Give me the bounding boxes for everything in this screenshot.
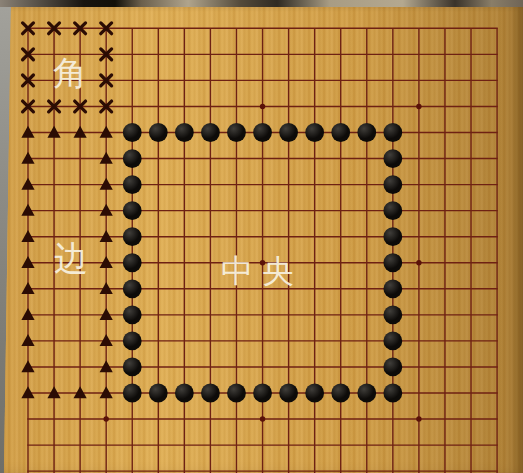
black-stone — [123, 332, 142, 351]
black-stone — [123, 253, 142, 272]
black-stone — [383, 332, 402, 351]
triangle-mark — [47, 386, 60, 398]
black-stone — [305, 384, 324, 403]
black-stone — [123, 149, 142, 168]
black-stone — [383, 227, 402, 246]
black-stone — [331, 384, 350, 403]
go-board-grid: 角边中央 — [0, 0, 523, 473]
triangle-mark — [100, 334, 113, 346]
triangle-mark — [100, 230, 113, 242]
star-point — [260, 104, 265, 109]
triangle-mark — [21, 256, 34, 268]
black-stone — [201, 123, 220, 142]
triangle-mark — [47, 126, 60, 138]
star-point — [416, 104, 421, 109]
black-stone — [383, 123, 402, 142]
star-point — [260, 416, 265, 421]
triangle-mark — [100, 282, 113, 294]
black-stone — [253, 123, 272, 142]
black-stone — [123, 279, 142, 298]
black-stone — [383, 305, 402, 324]
black-stone — [383, 201, 402, 220]
black-stone — [383, 279, 402, 298]
star-point — [103, 416, 108, 421]
triangle-mark — [74, 126, 87, 138]
black-stone — [123, 384, 142, 403]
black-stone — [383, 253, 402, 272]
triangle-mark — [21, 230, 34, 242]
triangle-mark — [100, 386, 113, 398]
black-stone — [123, 201, 142, 220]
triangle-mark — [100, 152, 113, 164]
black-stone — [149, 123, 168, 142]
triangle-mark — [21, 178, 34, 190]
black-stone — [383, 384, 402, 403]
triangle-mark — [21, 282, 34, 294]
black-stone — [305, 123, 324, 142]
black-stone — [383, 358, 402, 377]
triangle-mark — [100, 360, 113, 372]
star-point — [416, 416, 421, 421]
corner-label: 角 — [53, 55, 87, 92]
black-stone — [279, 123, 298, 142]
black-stone — [227, 123, 246, 142]
black-stone — [253, 384, 272, 403]
triangle-mark — [100, 204, 113, 216]
black-stone — [123, 227, 142, 246]
black-stone — [149, 384, 168, 403]
black-stone — [123, 123, 142, 142]
black-stone — [175, 384, 194, 403]
triangle-mark — [21, 386, 34, 398]
triangle-mark — [100, 178, 113, 190]
black-stone — [123, 358, 142, 377]
black-stone — [201, 384, 220, 403]
black-stone — [227, 384, 246, 403]
black-stone — [357, 123, 376, 142]
triangle-mark — [21, 308, 34, 320]
black-stone — [123, 305, 142, 324]
triangle-mark — [21, 204, 34, 216]
triangle-mark — [100, 256, 113, 268]
black-stone — [175, 123, 194, 142]
triangle-mark — [100, 308, 113, 320]
go-teaching-diagram: 角边中央 — [0, 0, 523, 473]
triangle-mark — [21, 360, 34, 372]
black-stone — [331, 123, 350, 142]
triangle-mark — [21, 334, 34, 346]
triangle-mark — [21, 126, 34, 138]
black-stone — [383, 175, 402, 194]
star-point — [416, 260, 421, 265]
black-stone — [357, 384, 376, 403]
triangle-mark — [100, 126, 113, 138]
side-label: 边 — [54, 240, 88, 277]
black-stone — [279, 384, 298, 403]
center-label: 中央 — [221, 253, 303, 289]
triangle-mark — [21, 152, 34, 164]
triangle-mark — [74, 386, 87, 398]
black-stone — [383, 149, 402, 168]
black-stone — [123, 175, 142, 194]
